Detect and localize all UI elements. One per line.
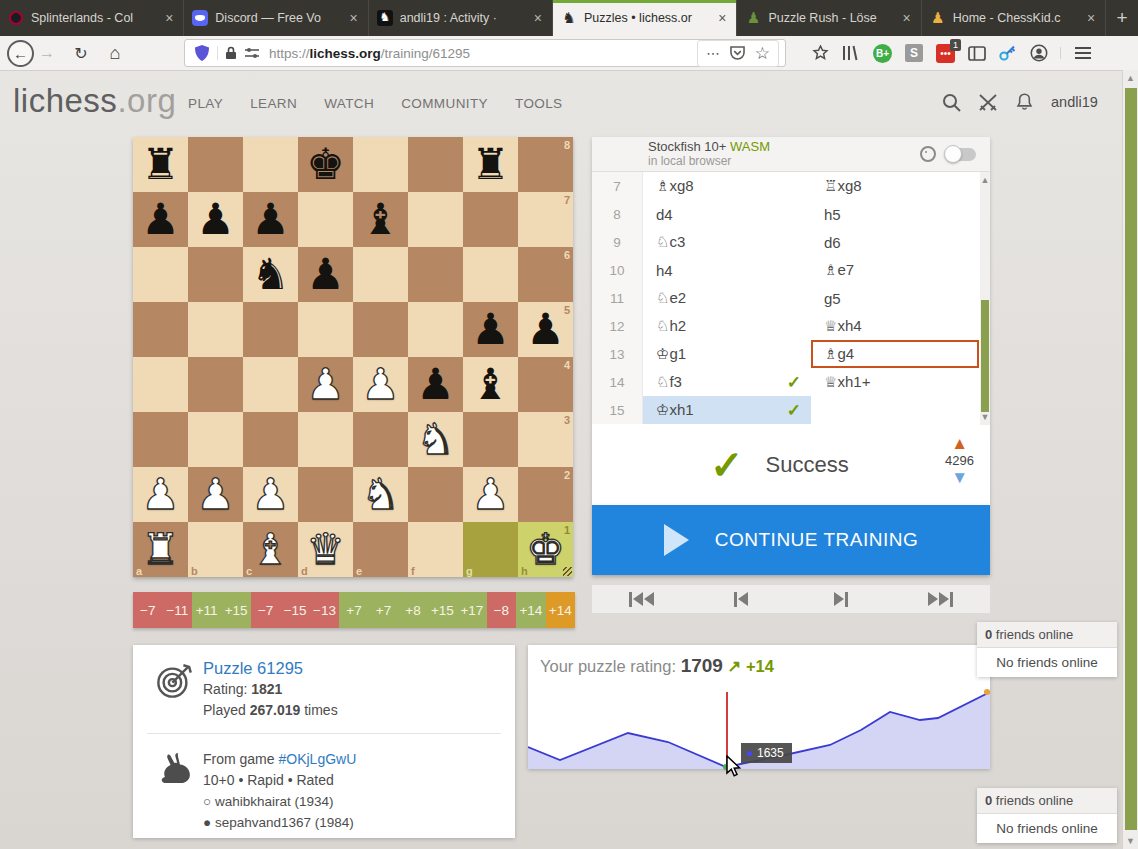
- white-knight[interactable]: ♞: [408, 412, 463, 467]
- chess-board[interactable]: ♜♚♜8♟♟♟♝7♞♟6♟♟5♟♟♟♝4♞3♟♟♟♞♟2♜ab♝c♛defg♚h…: [133, 137, 573, 577]
- extension-b-icon[interactable]: B+: [873, 44, 892, 63]
- forward-button[interactable]: →: [34, 44, 60, 62]
- square-d5[interactable]: [298, 302, 353, 357]
- sidebar-icon[interactable]: [968, 46, 986, 61]
- nav-learn[interactable]: LEARN: [250, 96, 297, 111]
- white-knight[interactable]: ♞: [353, 467, 408, 522]
- history-segment[interactable]: −7: [251, 592, 280, 628]
- white-player[interactable]: ○ wahibkhairat (1934): [203, 791, 356, 812]
- chart-end-dot: [984, 689, 990, 695]
- square-h1[interactable]: ♚h1: [518, 522, 573, 577]
- rabbit-icon: [147, 749, 203, 833]
- from-game: From game #OKjLgGwU: [203, 749, 356, 770]
- black-pawn[interactable]: ♟: [243, 192, 298, 247]
- white-move[interactable]: d4: [643, 200, 811, 228]
- square-h5[interactable]: ♟5: [518, 302, 573, 357]
- square-a3[interactable]: [133, 412, 188, 467]
- url-path: /training/61295: [381, 46, 470, 61]
- white-move[interactable]: ♘f3✓: [643, 368, 811, 396]
- bookmark-star-icon[interactable]: ☆: [755, 43, 770, 64]
- tab-title: andli19 : Activity ·: [400, 11, 525, 25]
- history-segment[interactable]: +15: [221, 592, 250, 628]
- rating-sparkline[interactable]: 1635: [528, 688, 990, 769]
- history-segment[interactable]: +11: [192, 592, 221, 628]
- url-scheme: https://: [269, 46, 310, 61]
- black-move[interactable]: ♖xg8: [811, 172, 979, 200]
- extension-badge: 1: [950, 39, 961, 51]
- tab-title: Puzzle Rush - Löse: [768, 11, 893, 25]
- page-scrollbar-thumb[interactable]: [1125, 88, 1137, 830]
- square-b4[interactable]: [188, 357, 243, 412]
- coord-rank: 6: [564, 249, 570, 261]
- engine-tech: WASM: [730, 139, 770, 154]
- white-pawn[interactable]: ♟: [463, 467, 518, 522]
- board-resize-handle[interactable]: [563, 567, 572, 576]
- white-move[interactable]: ♘e2: [643, 284, 811, 312]
- tooltip-dot: [747, 751, 752, 756]
- black-move[interactable]: ♕xh1+: [811, 368, 979, 396]
- square-a1[interactable]: ♜a: [133, 522, 188, 577]
- white-pawn[interactable]: ♟: [298, 357, 353, 412]
- coord-rank: 4: [564, 359, 570, 371]
- chart-tooltip: 1635: [741, 743, 792, 763]
- nav-community[interactable]: COMMUNITY: [401, 96, 488, 111]
- coord-file: g: [466, 565, 473, 577]
- back-button[interactable]: ←: [7, 40, 34, 67]
- move-row: 7♗xg8♖xg8: [592, 172, 990, 200]
- puzzle-votes: ▲ 4296 ▼: [945, 435, 974, 486]
- black-player[interactable]: ● sepahvand1367 (1984): [203, 812, 356, 833]
- square-g8[interactable]: ♜: [463, 137, 518, 192]
- engine-info: Stockfish 10+ WASM in local browser: [648, 139, 770, 169]
- mouse-cursor: [723, 755, 743, 779]
- search-icon[interactable]: [942, 93, 961, 112]
- header-icons: andli19: [942, 92, 1098, 112]
- white-move[interactable]: ♔g1: [643, 340, 811, 368]
- black-bishop[interactable]: ♝: [463, 357, 518, 412]
- square-c3[interactable]: [243, 412, 298, 467]
- library-icon[interactable]: [842, 45, 860, 61]
- black-move[interactable]: [811, 396, 979, 424]
- square-e2[interactable]: ♞: [353, 467, 408, 522]
- square-b8[interactable]: [188, 137, 243, 192]
- square-c2[interactable]: ♟: [243, 467, 298, 522]
- square-a8[interactable]: ♜: [133, 137, 188, 192]
- black-pawn[interactable]: ♟: [408, 357, 463, 412]
- page-actions-group: ⋯ ☆: [697, 40, 779, 67]
- chesscom-pawn-favicon: ♟: [745, 10, 761, 26]
- coord-file: a: [136, 565, 142, 577]
- white-move[interactable]: ♔xh1✓: [643, 396, 811, 424]
- move-list[interactable]: 7♗xg8♖xg88d4h59♘c3d610h4♗e711♘e2g512♘h2♕…: [592, 172, 990, 425]
- square-g4[interactable]: ♝: [463, 357, 518, 412]
- white-move[interactable]: ♘h2: [643, 312, 811, 340]
- nav-tools[interactable]: TOOLS: [515, 96, 563, 111]
- screen: Splinterlands - Col × Discord — Free Vo …: [0, 0, 1138, 849]
- chesskid-pawn-favicon: ♟: [930, 10, 946, 26]
- prev-move-button[interactable]: [692, 585, 792, 613]
- square-e3[interactable]: [353, 412, 408, 467]
- square-h7[interactable]: 7: [518, 192, 573, 247]
- vote-count: 4296: [945, 452, 974, 469]
- rating-delta: +14: [746, 657, 774, 675]
- move-number: 15: [592, 396, 643, 424]
- square-g1[interactable]: g: [463, 522, 518, 577]
- home-button[interactable]: ⌂: [102, 43, 128, 64]
- analysis-panel: Stockfish 10+ WASM in local browser 7♗xg…: [592, 137, 990, 505]
- tab-close-icon[interactable]: ×: [716, 10, 728, 26]
- coord-file: d: [301, 565, 308, 577]
- history-segment[interactable]: −11: [162, 592, 191, 628]
- history-segment[interactable]: −7: [133, 592, 162, 628]
- tab-close-icon[interactable]: ×: [348, 10, 360, 26]
- move-row: 14♘f3✓♕xh1+: [592, 368, 990, 396]
- coord-rank: 3: [564, 414, 570, 426]
- history-segment[interactable]: +14: [516, 592, 545, 628]
- move-number: 7: [592, 172, 643, 200]
- shield-icon[interactable]: [195, 45, 209, 61]
- coord-rank: 5: [564, 304, 570, 316]
- tab-title: Discord — Free Vo: [215, 11, 340, 25]
- square-b6[interactable]: [188, 247, 243, 302]
- puzzle-rating: Rating: 1821: [203, 679, 338, 700]
- square-f2[interactable]: [408, 467, 463, 522]
- square-b3[interactable]: [188, 412, 243, 467]
- coord-file: e: [356, 565, 362, 577]
- success-label: Success: [766, 452, 849, 478]
- tab-chesskid[interactable]: ♟ Home - ChessKid.c ×: [922, 0, 1106, 36]
- move-number: 9: [592, 228, 643, 256]
- white-pawn[interactable]: ♟: [353, 357, 408, 412]
- browser-tab-bar: Splinterlands - Col × Discord — Free Vo …: [0, 0, 1138, 36]
- square-c4[interactable]: [243, 357, 298, 412]
- coord-file: h: [521, 565, 528, 577]
- coord-rank: 8: [564, 139, 570, 151]
- password-manager-icon[interactable]: •••1: [936, 44, 955, 63]
- black-move[interactable]: h5: [811, 200, 979, 228]
- square-g2[interactable]: ♟: [463, 467, 518, 522]
- rating-line: Your puzzle rating: 1709 ↗ +14: [540, 655, 774, 677]
- white-pawn[interactable]: ♟: [133, 467, 188, 522]
- black-move[interactable]: d6: [811, 228, 979, 256]
- square-g6[interactable]: [463, 247, 518, 302]
- square-b1[interactable]: b: [188, 522, 243, 577]
- move-row: 10h4♗e7: [592, 256, 990, 284]
- lichess-knight-favicon: ♞: [377, 10, 393, 26]
- black-king[interactable]: ♚: [298, 137, 353, 192]
- rating-up-arrow-icon: ↗: [728, 657, 742, 675]
- browser-toolbar: ← → ↻ ⌂ https://lichess.org/training/612…: [0, 36, 1138, 71]
- black-pawn[interactable]: ♟: [133, 192, 188, 247]
- square-b5[interactable]: [188, 302, 243, 357]
- square-c7[interactable]: ♟: [243, 192, 298, 247]
- square-a2[interactable]: ♟: [133, 467, 188, 522]
- play-icon: [664, 524, 689, 556]
- move-number: 13: [592, 340, 643, 368]
- black-rook[interactable]: ♜: [463, 137, 518, 192]
- history-segment[interactable]: −8: [487, 592, 516, 628]
- square-h2[interactable]: 2: [518, 467, 573, 522]
- engine-name: Stockfish 10+: [648, 139, 726, 154]
- scroll-down-icon[interactable]: ▼: [1123, 836, 1138, 846]
- square-c8[interactable]: [243, 137, 298, 192]
- coord-rank: 2: [564, 469, 570, 481]
- square-d8[interactable]: ♚: [298, 137, 353, 192]
- engine-toggle[interactable]: [946, 148, 976, 161]
- downvote-icon[interactable]: ▼: [951, 469, 968, 486]
- nav-play[interactable]: PLAY: [188, 96, 223, 111]
- tab-title: Puzzles • lichess.or: [584, 11, 709, 25]
- square-a5[interactable]: [133, 302, 188, 357]
- square-e1[interactable]: e: [353, 522, 408, 577]
- square-a7[interactable]: ♟: [133, 192, 188, 247]
- black-move[interactable]: ♕xh4: [811, 312, 979, 340]
- lock-icon[interactable]: [217, 46, 237, 60]
- square-g7[interactable]: [463, 192, 518, 247]
- tab-close-icon[interactable]: ×: [1085, 10, 1097, 26]
- black-move[interactable]: ♗e7: [811, 256, 979, 284]
- white-move[interactable]: ♗xg8: [643, 172, 811, 200]
- engine-location: in local browser: [648, 154, 770, 169]
- coord-file: f: [411, 565, 415, 577]
- coord-rank: 7: [564, 194, 570, 206]
- rating-value: 1709: [681, 655, 723, 676]
- square-c6[interactable]: ♞: [243, 247, 298, 302]
- lichess-logo[interactable]: lichess.org: [13, 82, 176, 120]
- username[interactable]: andli19: [1051, 94, 1098, 110]
- page-scrollbar[interactable]: ▲ ▼: [1122, 70, 1138, 849]
- stylus-extension-icon[interactable]: [812, 45, 829, 62]
- history-segment[interactable]: +7: [369, 592, 398, 628]
- site-nav: PLAY LEARN WATCH COMMUNITY TOOLS: [188, 96, 563, 111]
- challenges-swords-icon[interactable]: [978, 93, 998, 112]
- rating-chart-card: Your puzzle rating: 1709 ↗ +14 1635: [528, 645, 990, 769]
- white-pawn[interactable]: ♟: [188, 467, 243, 522]
- divider: [147, 733, 501, 734]
- square-b7[interactable]: ♟: [188, 192, 243, 247]
- tab-title: Splinterlands - Col: [31, 11, 156, 25]
- square-b2[interactable]: ♟: [188, 467, 243, 522]
- black-rook[interactable]: ♜: [133, 137, 188, 192]
- tab-close-icon[interactable]: ×: [532, 10, 544, 26]
- replay-nav-bar: [592, 585, 990, 613]
- black-move[interactable]: g5: [811, 284, 979, 312]
- url-domain: lichess.org: [310, 46, 381, 61]
- square-g5[interactable]: ♟: [463, 302, 518, 357]
- black-knight[interactable]: ♞: [243, 247, 298, 302]
- coord-file: c: [246, 565, 252, 577]
- friends-header[interactable]: 0 friends online: [977, 622, 1117, 648]
- white-pawn[interactable]: ♟: [243, 467, 298, 522]
- good-move-check-icon: ✓: [787, 400, 801, 421]
- tab-close-icon[interactable]: ×: [163, 10, 175, 26]
- square-d7[interactable]: [298, 192, 353, 247]
- square-d2[interactable]: [298, 467, 353, 522]
- move-number: 10: [592, 256, 643, 284]
- tab-splinterlands[interactable]: Splinterlands - Col ×: [0, 0, 184, 36]
- target-icon: [147, 658, 203, 721]
- time-control: 10+0 • Rapid • Rated: [203, 770, 356, 791]
- first-move-button[interactable]: [592, 585, 692, 613]
- square-f3[interactable]: ♞: [408, 412, 463, 467]
- puzzle-played: Played 267.019 times: [203, 700, 338, 721]
- next-move-button[interactable]: [791, 585, 891, 613]
- friends-empty-message: No friends online: [977, 814, 1117, 843]
- pocket-icon[interactable]: [730, 46, 745, 60]
- move-row: 8d4h5: [592, 200, 990, 228]
- tab-puzzle-rush[interactable]: ♟ Puzzle Rush - Löse ×: [737, 0, 921, 36]
- black-pawn[interactable]: ♟: [188, 192, 243, 247]
- crosshair-icon[interactable]: [920, 146, 936, 162]
- square-h4[interactable]: 4: [518, 357, 573, 412]
- history-segment[interactable]: +8: [398, 592, 427, 628]
- friends-box-bottom: 0 friends online No friends online: [977, 788, 1117, 843]
- friends-empty-message: No friends online: [977, 648, 1117, 677]
- permissions-icon[interactable]: [245, 47, 259, 59]
- move-number: 12: [592, 312, 643, 340]
- white-move[interactable]: h4: [643, 256, 811, 284]
- square-a4[interactable]: [133, 357, 188, 412]
- square-c5[interactable]: [243, 302, 298, 357]
- square-e6[interactable]: [353, 247, 408, 302]
- discord-favicon: [192, 10, 208, 26]
- puzzle-history-bar[interactable]: −7−11+11+15−7−15−13+7+7+8+15+17−8+14+14: [133, 592, 575, 628]
- coord-rank: 1: [564, 524, 570, 536]
- extension-icons: B+ S •••1: [812, 44, 1048, 63]
- move-row: 12♘h2♕xh4: [592, 312, 990, 340]
- last-move-button[interactable]: [891, 585, 991, 613]
- square-e4[interactable]: ♟: [353, 357, 408, 412]
- tab-title: Home - ChessKid.c: [953, 11, 1078, 25]
- square-f7[interactable]: [408, 192, 463, 247]
- black-move[interactable]: ♗g4: [811, 340, 979, 368]
- new-tab-button[interactable]: +: [1106, 0, 1138, 36]
- square-f6[interactable]: [408, 247, 463, 302]
- black-bishop[interactable]: ♝: [353, 192, 408, 247]
- extension-s-icon[interactable]: S: [905, 44, 923, 62]
- square-a6[interactable]: [133, 247, 188, 302]
- nav-watch[interactable]: WATCH: [324, 96, 374, 111]
- square-h3[interactable]: 3: [518, 412, 573, 467]
- square-c1[interactable]: ♝c: [243, 522, 298, 577]
- friends-header[interactable]: 0 friends online: [977, 788, 1117, 814]
- black-pawn[interactable]: ♟: [298, 247, 353, 302]
- move-row: 15♔xh1✓: [592, 396, 990, 424]
- black-pawn[interactable]: ♟: [463, 302, 518, 357]
- move-number: 8: [592, 200, 643, 228]
- move-number: 14: [592, 368, 643, 396]
- good-move-check-icon: ✓: [787, 372, 801, 393]
- square-e7[interactable]: ♝: [353, 192, 408, 247]
- history-segment[interactable]: +17: [457, 592, 486, 628]
- puzzle-info-card: Puzzle 61295 Rating: 1821 Played 267.019…: [133, 645, 515, 838]
- key-icon[interactable]: [999, 45, 1017, 61]
- success-check-icon: ✓: [710, 445, 744, 485]
- square-f8[interactable]: [408, 137, 463, 192]
- tab-puzzles-active[interactable]: ♞ Puzzles • lichess.or ×: [553, 0, 737, 36]
- coord-file: b: [191, 565, 198, 577]
- game-link[interactable]: #OKjLgGwU: [278, 751, 356, 767]
- engine-header: Stockfish 10+ WASM in local browser: [592, 137, 990, 172]
- move-row: 9♘c3d6: [592, 228, 990, 256]
- square-e8[interactable]: [353, 137, 408, 192]
- tab-close-icon[interactable]: ×: [901, 10, 913, 26]
- square-h6[interactable]: 6: [518, 247, 573, 302]
- success-panel: ✓ Success ▲ 4296 ▼: [592, 425, 990, 505]
- notifications-bell-icon[interactable]: [1015, 92, 1034, 112]
- move-row: 11♘e2g5: [592, 284, 990, 312]
- square-d6[interactable]: ♟: [298, 247, 353, 302]
- white-move[interactable]: ♘c3: [643, 228, 811, 256]
- scroll-up-icon[interactable]: ▲: [1123, 73, 1138, 83]
- history-segment[interactable]: −15: [280, 592, 309, 628]
- move-number: 11: [592, 284, 643, 312]
- square-h8[interactable]: 8: [518, 137, 573, 192]
- square-e5[interactable]: [353, 302, 408, 357]
- square-f5[interactable]: [408, 302, 463, 357]
- square-d4[interactable]: ♟: [298, 357, 353, 412]
- tab-lichess-activity[interactable]: ♞ andli19 : Activity · ×: [369, 0, 553, 36]
- square-d1[interactable]: ♛d: [298, 522, 353, 577]
- friends-box-top: 0 friends online No friends online: [977, 622, 1117, 677]
- tab-discord[interactable]: Discord — Free Vo ×: [184, 0, 368, 36]
- puzzle-link[interactable]: Puzzle 61295: [203, 658, 338, 679]
- lichess-favicon: ♞: [561, 10, 577, 26]
- splinterlands-favicon: [8, 10, 24, 26]
- reload-button[interactable]: ↻: [68, 44, 94, 63]
- square-d3[interactable]: [298, 412, 353, 467]
- square-f1[interactable]: f: [408, 522, 463, 577]
- move-list-scrollbar[interactable]: ▲ ▼: [980, 172, 990, 425]
- history-segment[interactable]: −13: [310, 592, 339, 628]
- upvote-icon[interactable]: ▲: [951, 435, 968, 452]
- history-segment[interactable]: +14: [546, 592, 575, 628]
- history-segment[interactable]: +15: [428, 592, 457, 628]
- move-row: 13♔g1♗g4: [592, 340, 990, 368]
- move-scrollbar-thumb[interactable]: [981, 300, 989, 412]
- page-actions-menu-icon[interactable]: ⋯: [706, 45, 720, 61]
- url-bar[interactable]: https://lichess.org/training/61295 ⋯ ☆: [184, 39, 786, 67]
- square-f4[interactable]: ♟: [408, 357, 463, 412]
- account-icon[interactable]: [1030, 44, 1048, 62]
- menu-icon[interactable]: [1060, 47, 1091, 59]
- continue-training-button[interactable]: CONTINUE TRAINING: [592, 505, 990, 575]
- square-g3[interactable]: [463, 412, 518, 467]
- history-segment[interactable]: +7: [339, 592, 368, 628]
